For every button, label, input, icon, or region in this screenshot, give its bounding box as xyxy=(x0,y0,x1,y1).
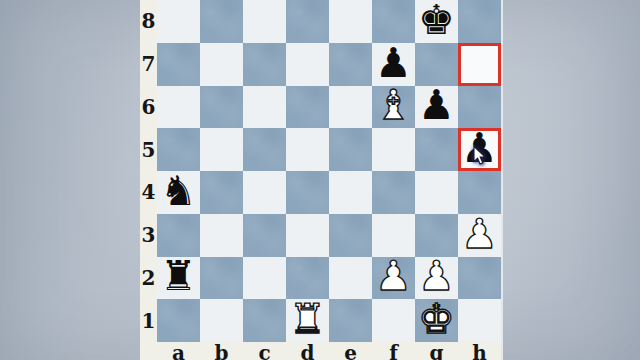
square-a5[interactable] xyxy=(157,128,200,171)
file-label-c: c xyxy=(243,342,286,360)
square-b1[interactable] xyxy=(200,299,243,342)
square-f5[interactable] xyxy=(372,128,415,171)
square-g2[interactable]: ♟ xyxy=(415,257,458,300)
square-g3[interactable] xyxy=(415,214,458,257)
square-d7[interactable] xyxy=(286,43,329,86)
square-c5[interactable] xyxy=(243,128,286,171)
rank-label-6: 6 xyxy=(140,86,157,129)
square-c2[interactable] xyxy=(243,257,286,300)
square-f6[interactable]: ♝ xyxy=(372,86,415,129)
square-a2[interactable]: ♜ xyxy=(157,257,200,300)
piece-white-bishop[interactable]: ♝ xyxy=(375,85,412,126)
square-b4[interactable] xyxy=(200,171,243,214)
file-label-a: a xyxy=(157,342,200,360)
square-d8[interactable] xyxy=(286,0,329,43)
square-h2[interactable] xyxy=(458,257,501,300)
file-label-h: h xyxy=(458,342,501,360)
square-e3[interactable] xyxy=(329,214,372,257)
square-d2[interactable] xyxy=(286,257,329,300)
square-c4[interactable] xyxy=(243,171,286,214)
chess-board: 8♚7♟6♝♟5♟4♞3♟2♜♟♟1♜♚abcdefgh xyxy=(140,0,503,360)
square-a3[interactable] xyxy=(157,214,200,257)
square-g1[interactable]: ♚ xyxy=(415,299,458,342)
square-d6[interactable] xyxy=(286,86,329,129)
page-background: 8♚7♟6♝♟5♟4♞3♟2♜♟♟1♜♚abcdefgh xyxy=(0,0,640,360)
square-e2[interactable] xyxy=(329,257,372,300)
square-c1[interactable] xyxy=(243,299,286,342)
square-h7[interactable] xyxy=(458,43,501,86)
square-c6[interactable] xyxy=(243,86,286,129)
square-e5[interactable] xyxy=(329,128,372,171)
square-g6[interactable]: ♟ xyxy=(415,86,458,129)
square-f3[interactable] xyxy=(372,214,415,257)
square-c7[interactable] xyxy=(243,43,286,86)
square-a8[interactable] xyxy=(157,0,200,43)
square-f1[interactable] xyxy=(372,299,415,342)
square-d1[interactable]: ♜ xyxy=(286,299,329,342)
square-f8[interactable] xyxy=(372,0,415,43)
square-h8[interactable] xyxy=(458,0,501,43)
rank-label-1: 1 xyxy=(140,299,157,342)
piece-white-king[interactable]: ♚ xyxy=(418,299,455,340)
piece-white-pawn[interactable]: ♟ xyxy=(461,214,498,255)
square-a6[interactable] xyxy=(157,86,200,129)
square-d4[interactable] xyxy=(286,171,329,214)
rank-label-3: 3 xyxy=(140,214,157,257)
piece-black-king[interactable]: ♚ xyxy=(418,0,455,41)
piece-black-pawn[interactable]: ♟ xyxy=(375,43,412,84)
rank-label-4: 4 xyxy=(140,171,157,214)
square-g7[interactable] xyxy=(415,43,458,86)
file-label-f: f xyxy=(372,342,415,360)
square-b7[interactable] xyxy=(200,43,243,86)
square-b5[interactable] xyxy=(200,128,243,171)
square-b6[interactable] xyxy=(200,86,243,129)
square-f4[interactable] xyxy=(372,171,415,214)
square-g8[interactable]: ♚ xyxy=(415,0,458,43)
square-b2[interactable] xyxy=(200,257,243,300)
rank-label-5: 5 xyxy=(140,128,157,171)
label-corner xyxy=(140,342,157,360)
square-b8[interactable] xyxy=(200,0,243,43)
square-e6[interactable] xyxy=(329,86,372,129)
square-a7[interactable] xyxy=(157,43,200,86)
piece-black-knight[interactable]: ♞ xyxy=(160,171,197,212)
rank-label-8: 8 xyxy=(140,0,157,43)
piece-black-pawn[interactable]: ♟ xyxy=(418,85,455,126)
square-h1[interactable] xyxy=(458,299,501,342)
rank-label-7: 7 xyxy=(140,43,157,86)
square-h6[interactable] xyxy=(458,86,501,129)
square-e1[interactable] xyxy=(329,299,372,342)
piece-black-rook[interactable]: ♜ xyxy=(160,256,197,297)
square-c8[interactable] xyxy=(243,0,286,43)
piece-white-pawn[interactable]: ♟ xyxy=(375,256,412,297)
square-b3[interactable] xyxy=(200,214,243,257)
square-e8[interactable] xyxy=(329,0,372,43)
square-e7[interactable] xyxy=(329,43,372,86)
file-label-b: b xyxy=(200,342,243,360)
square-d3[interactable] xyxy=(286,214,329,257)
square-g4[interactable] xyxy=(415,171,458,214)
square-h4[interactable] xyxy=(458,171,501,214)
piece-white-pawn[interactable]: ♟ xyxy=(418,256,455,297)
square-e4[interactable] xyxy=(329,171,372,214)
square-g5[interactable] xyxy=(415,128,458,171)
square-f2[interactable]: ♟ xyxy=(372,257,415,300)
file-label-g: g xyxy=(415,342,458,360)
piece-white-rook[interactable]: ♜ xyxy=(289,299,326,340)
square-a1[interactable] xyxy=(157,299,200,342)
square-f7[interactable]: ♟ xyxy=(372,43,415,86)
mouse-cursor xyxy=(473,146,488,167)
file-label-e: e xyxy=(329,342,372,360)
square-h3[interactable]: ♟ xyxy=(458,214,501,257)
file-label-d: d xyxy=(286,342,329,360)
square-d5[interactable] xyxy=(286,128,329,171)
square-a4[interactable]: ♞ xyxy=(157,171,200,214)
square-c3[interactable] xyxy=(243,214,286,257)
rank-label-2: 2 xyxy=(140,257,157,300)
